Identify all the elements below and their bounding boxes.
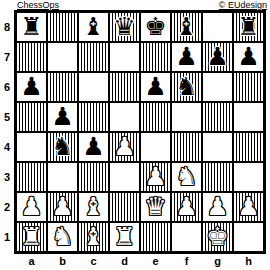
square-f5[interactable]: [171, 102, 202, 132]
piece-white-knight: ♞: [175, 163, 197, 191]
piece-white-rook: ♜: [113, 223, 135, 251]
square-a1[interactable]: ♜: [16, 222, 47, 252]
square-a3[interactable]: [16, 162, 47, 192]
file-label-h: h: [233, 253, 264, 268]
piece-white-rook: ♜: [20, 223, 42, 251]
square-e1[interactable]: [140, 222, 171, 252]
piece-white-queen: ♛: [144, 193, 166, 221]
piece-black-bishop: ♝: [175, 13, 197, 41]
chess-board: ♜♝♛♚♝♜♟♟♟♟♟♞♟♞♟♟♟♞♟♟♝♛♟♟♟♜♞♝♜♚: [14, 10, 266, 254]
square-d7[interactable]: [109, 42, 140, 72]
square-g2[interactable]: ♟: [202, 192, 233, 222]
file-label-a: a: [16, 253, 47, 268]
square-a5[interactable]: [16, 102, 47, 132]
square-h2[interactable]: ♟: [233, 192, 264, 222]
piece-white-pawn: ♟: [113, 133, 135, 161]
file-labels: abcdefgh: [16, 253, 264, 268]
square-g8[interactable]: [202, 12, 233, 42]
piece-black-pawn: ♟: [206, 43, 228, 71]
square-f6[interactable]: ♞: [171, 72, 202, 102]
square-d4[interactable]: ♟: [109, 132, 140, 162]
square-c1[interactable]: ♝: [78, 222, 109, 252]
square-f3[interactable]: ♞: [171, 162, 202, 192]
square-b1[interactable]: ♞: [47, 222, 78, 252]
square-h1[interactable]: [233, 222, 264, 252]
square-d3[interactable]: [109, 162, 140, 192]
square-c2[interactable]: ♝: [78, 192, 109, 222]
square-e4[interactable]: [140, 132, 171, 162]
piece-black-pawn: ♟: [51, 103, 73, 131]
square-a2[interactable]: ♟: [16, 192, 47, 222]
square-c5[interactable]: [78, 102, 109, 132]
square-h7[interactable]: ♟: [233, 42, 264, 72]
square-g1[interactable]: ♚: [202, 222, 233, 252]
rank-label-6: 6: [0, 72, 14, 102]
square-b2[interactable]: ♟: [47, 192, 78, 222]
piece-white-pawn: ♟: [237, 193, 259, 221]
piece-white-bishop: ♝: [82, 223, 104, 251]
rank-label-8: 8: [0, 12, 14, 42]
square-g4[interactable]: [202, 132, 233, 162]
square-h4[interactable]: [233, 132, 264, 162]
piece-black-knight: ♞: [175, 73, 197, 101]
square-e2[interactable]: ♛: [140, 192, 171, 222]
piece-white-pawn: ♟: [144, 163, 166, 191]
square-d1[interactable]: ♜: [109, 222, 140, 252]
square-a4[interactable]: [16, 132, 47, 162]
piece-white-bishop: ♝: [82, 193, 104, 221]
square-h8[interactable]: ♜: [233, 12, 264, 42]
piece-white-pawn: ♟: [51, 193, 73, 221]
piece-black-pawn: ♟: [20, 73, 42, 101]
square-b8[interactable]: [47, 12, 78, 42]
square-d6[interactable]: [109, 72, 140, 102]
square-a6[interactable]: ♟: [16, 72, 47, 102]
square-d8[interactable]: ♛: [109, 12, 140, 42]
square-e8[interactable]: ♚: [140, 12, 171, 42]
rank-label-5: 5: [0, 102, 14, 132]
file-label-c: c: [78, 253, 109, 268]
square-h6[interactable]: [233, 72, 264, 102]
chess-diagram: ChessOps © EUdesign 87654321 ♜♝♛♚♝♜♟♟♟♟♟…: [0, 0, 270, 270]
square-a7[interactable]: [16, 42, 47, 72]
square-h5[interactable]: [233, 102, 264, 132]
piece-white-pawn: ♟: [175, 193, 197, 221]
piece-white-knight: ♞: [51, 223, 73, 251]
square-d5[interactable]: [109, 102, 140, 132]
rank-label-2: 2: [0, 192, 14, 222]
square-f8[interactable]: ♝: [171, 12, 202, 42]
square-g7[interactable]: ♟: [202, 42, 233, 72]
square-g6[interactable]: [202, 72, 233, 102]
square-e3[interactable]: ♟: [140, 162, 171, 192]
file-label-d: d: [109, 253, 140, 268]
file-label-b: b: [47, 253, 78, 268]
rank-label-3: 3: [0, 162, 14, 192]
square-f7[interactable]: ♟: [171, 42, 202, 72]
piece-white-king: ♚: [206, 223, 228, 251]
square-b5[interactable]: ♟: [47, 102, 78, 132]
square-a8[interactable]: ♜: [16, 12, 47, 42]
piece-black-pawn: ♟: [237, 43, 259, 71]
piece-white-pawn: ♟: [206, 193, 228, 221]
piece-black-pawn: ♟: [144, 73, 166, 101]
square-f4[interactable]: [171, 132, 202, 162]
square-c7[interactable]: [78, 42, 109, 72]
header-bar: ChessOps © EUdesign: [0, 0, 270, 10]
rank-labels: 87654321: [0, 12, 14, 252]
piece-black-knight: ♞: [51, 133, 73, 161]
piece-black-pawn: ♟: [175, 43, 197, 71]
file-label-g: g: [202, 253, 233, 268]
square-b7[interactable]: [47, 42, 78, 72]
square-e7[interactable]: [140, 42, 171, 72]
square-e5[interactable]: [140, 102, 171, 132]
square-c3[interactable]: [78, 162, 109, 192]
piece-black-rook: ♜: [20, 13, 42, 41]
piece-black-queen: ♛: [113, 13, 135, 41]
square-e6[interactable]: ♟: [140, 72, 171, 102]
piece-black-rook: ♜: [237, 13, 259, 41]
square-b4[interactable]: ♞: [47, 132, 78, 162]
app-title-link[interactable]: ChessOps: [17, 0, 59, 10]
square-c8[interactable]: ♝: [78, 12, 109, 42]
square-b3[interactable]: [47, 162, 78, 192]
file-label-f: f: [171, 253, 202, 268]
square-c6[interactable]: [78, 72, 109, 102]
square-c4[interactable]: ♟: [78, 132, 109, 162]
rank-label-4: 4: [0, 132, 14, 162]
piece-black-pawn: ♟: [82, 133, 104, 161]
square-b6[interactable]: [47, 72, 78, 102]
credit-link[interactable]: © EUdesign: [219, 0, 267, 10]
square-f1[interactable]: [171, 222, 202, 252]
file-label-e: e: [140, 253, 171, 268]
square-g5[interactable]: [202, 102, 233, 132]
square-f2[interactable]: ♟: [171, 192, 202, 222]
square-h3[interactable]: [233, 162, 264, 192]
square-g3[interactable]: [202, 162, 233, 192]
rank-label-1: 1: [0, 222, 14, 252]
piece-black-king: ♚: [144, 13, 166, 41]
square-d2[interactable]: [109, 192, 140, 222]
rank-label-7: 7: [0, 42, 14, 72]
piece-white-pawn: ♟: [20, 193, 42, 221]
piece-black-bishop: ♝: [82, 13, 104, 41]
